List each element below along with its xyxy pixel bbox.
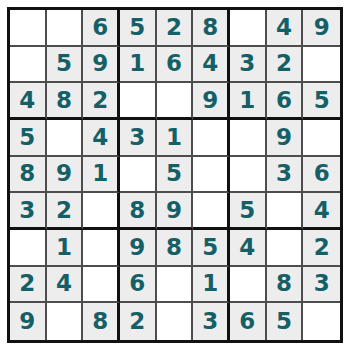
cell-r8c5[interactable]	[157, 267, 194, 304]
cell-r8c7[interactable]	[230, 267, 267, 304]
cell-r8c8[interactable]: 8	[267, 267, 304, 304]
cell-r2c8[interactable]: 2	[267, 47, 304, 84]
cell-r8c2[interactable]: 4	[47, 267, 84, 304]
cell-r5c5[interactable]: 5	[157, 157, 194, 194]
cell-r7c7[interactable]: 4	[230, 230, 267, 267]
cell-r6c3[interactable]	[83, 193, 120, 230]
cell-r1c9[interactable]: 9	[303, 10, 340, 47]
cell-r5c8[interactable]: 3	[267, 157, 304, 194]
cell-r3c7[interactable]: 1	[230, 83, 267, 120]
cell-r1c8[interactable]: 4	[267, 10, 304, 47]
sudoku-page: 6528495916432482916554319891536328954198…	[0, 0, 350, 350]
cell-r4c7[interactable]	[230, 120, 267, 157]
cell-r5c4[interactable]	[120, 157, 157, 194]
cell-r2c6[interactable]: 4	[193, 47, 230, 84]
cell-r6c2[interactable]: 2	[47, 193, 84, 230]
cell-r2c4[interactable]: 1	[120, 47, 157, 84]
cell-r1c4[interactable]: 5	[120, 10, 157, 47]
cell-r4c2[interactable]	[47, 120, 84, 157]
cell-r5c3[interactable]: 1	[83, 157, 120, 194]
cell-r9c1[interactable]: 9	[10, 303, 47, 340]
sudoku-board: 6528495916432482916554319891536328954198…	[7, 7, 343, 343]
cell-r2c7[interactable]: 3	[230, 47, 267, 84]
cell-r4c1[interactable]: 5	[10, 120, 47, 157]
cell-r2c3[interactable]: 9	[83, 47, 120, 84]
cell-r9c4[interactable]: 2	[120, 303, 157, 340]
cell-r1c5[interactable]: 2	[157, 10, 194, 47]
cell-r7c9[interactable]: 2	[303, 230, 340, 267]
cell-r6c8[interactable]	[267, 193, 304, 230]
cell-r4c5[interactable]: 1	[157, 120, 194, 157]
cell-r4c4[interactable]: 3	[120, 120, 157, 157]
cell-r6c9[interactable]: 4	[303, 193, 340, 230]
cell-r7c1[interactable]	[10, 230, 47, 267]
cell-r8c4[interactable]: 6	[120, 267, 157, 304]
cell-r2c9[interactable]	[303, 47, 340, 84]
cell-r5c6[interactable]	[193, 157, 230, 194]
cell-r3c1[interactable]: 4	[10, 83, 47, 120]
cell-r4c6[interactable]	[193, 120, 230, 157]
cell-r1c2[interactable]	[47, 10, 84, 47]
cell-r4c8[interactable]: 9	[267, 120, 304, 157]
cell-r7c5[interactable]: 8	[157, 230, 194, 267]
cell-r8c6[interactable]: 1	[193, 267, 230, 304]
cell-r3c3[interactable]: 2	[83, 83, 120, 120]
cell-r1c6[interactable]: 8	[193, 10, 230, 47]
cell-r8c9[interactable]: 3	[303, 267, 340, 304]
cell-r9c9[interactable]	[303, 303, 340, 340]
cell-r6c6[interactable]	[193, 193, 230, 230]
cell-r9c3[interactable]: 8	[83, 303, 120, 340]
cell-r2c2[interactable]: 5	[47, 47, 84, 84]
cell-r8c3[interactable]	[83, 267, 120, 304]
cell-r7c6[interactable]: 5	[193, 230, 230, 267]
cell-r9c5[interactable]	[157, 303, 194, 340]
cell-r7c8[interactable]	[267, 230, 304, 267]
cell-r9c6[interactable]: 3	[193, 303, 230, 340]
cell-r7c2[interactable]: 1	[47, 230, 84, 267]
cell-r7c3[interactable]	[83, 230, 120, 267]
cell-r4c9[interactable]	[303, 120, 340, 157]
cell-r1c3[interactable]: 6	[83, 10, 120, 47]
cell-r3c4[interactable]	[120, 83, 157, 120]
cell-r1c1[interactable]	[10, 10, 47, 47]
cell-r3c8[interactable]: 6	[267, 83, 304, 120]
cell-r1c7[interactable]	[230, 10, 267, 47]
cell-r6c4[interactable]: 8	[120, 193, 157, 230]
cell-r5c2[interactable]: 9	[47, 157, 84, 194]
cell-r6c1[interactable]: 3	[10, 193, 47, 230]
cell-r3c6[interactable]: 9	[193, 83, 230, 120]
cell-r4c3[interactable]: 4	[83, 120, 120, 157]
cell-r3c2[interactable]: 8	[47, 83, 84, 120]
cell-r2c5[interactable]: 6	[157, 47, 194, 84]
cell-r2c1[interactable]	[10, 47, 47, 84]
cell-r7c4[interactable]: 9	[120, 230, 157, 267]
cell-r9c7[interactable]: 6	[230, 303, 267, 340]
cell-r8c1[interactable]: 2	[10, 267, 47, 304]
cell-r5c9[interactable]: 6	[303, 157, 340, 194]
cell-r5c7[interactable]	[230, 157, 267, 194]
cell-r6c5[interactable]: 9	[157, 193, 194, 230]
cell-r3c5[interactable]	[157, 83, 194, 120]
cell-r9c8[interactable]: 5	[267, 303, 304, 340]
cell-r6c7[interactable]: 5	[230, 193, 267, 230]
cell-r5c1[interactable]: 8	[10, 157, 47, 194]
cell-r3c9[interactable]: 5	[303, 83, 340, 120]
cell-r9c2[interactable]	[47, 303, 84, 340]
